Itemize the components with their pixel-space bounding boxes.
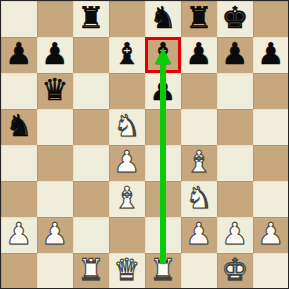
square-a1[interactable] (1, 253, 37, 289)
square-b4[interactable] (37, 145, 73, 181)
black-rook-c8[interactable]: ♜ (78, 3, 105, 33)
white-rook-c1[interactable]: ♜ (78, 255, 105, 285)
white-bishop-f4[interactable]: ♝ (186, 147, 213, 177)
chess-board-window: ♜♞♜♚♟♟♝♝♟♟♟♛♟♞♞♟♝♝♞♟♟♟♟♟♜♛♜♚ (0, 0, 289, 289)
square-g8[interactable]: ♚ (217, 1, 253, 37)
square-e6[interactable]: ♟ (145, 73, 181, 109)
square-g3[interactable] (217, 181, 253, 217)
square-h5[interactable] (253, 109, 289, 145)
square-g7[interactable]: ♟ (217, 37, 253, 73)
square-f7[interactable]: ♟ (181, 37, 217, 73)
square-c8[interactable]: ♜ (73, 1, 109, 37)
square-e2[interactable] (145, 217, 181, 253)
square-c7[interactable] (73, 37, 109, 73)
black-king-g8[interactable]: ♚ (222, 3, 249, 33)
square-f3[interactable]: ♞ (181, 181, 217, 217)
white-pawn-b2[interactable]: ♟ (42, 219, 69, 249)
square-h6[interactable] (253, 73, 289, 109)
square-a7[interactable]: ♟ (1, 37, 37, 73)
white-bishop-d3[interactable]: ♝ (114, 183, 141, 213)
white-pawn-h2[interactable]: ♟ (258, 219, 285, 249)
square-g4[interactable] (217, 145, 253, 181)
square-c2[interactable] (73, 217, 109, 253)
square-e8[interactable]: ♞ (145, 1, 181, 37)
square-f5[interactable] (181, 109, 217, 145)
square-a8[interactable] (1, 1, 37, 37)
white-queen-d1[interactable]: ♛ (114, 255, 141, 285)
square-a3[interactable] (1, 181, 37, 217)
black-pawn-b7[interactable]: ♟ (42, 39, 69, 69)
square-b1[interactable] (37, 253, 73, 289)
square-b7[interactable]: ♟ (37, 37, 73, 73)
square-b2[interactable]: ♟ (37, 217, 73, 253)
black-knight-a5[interactable]: ♞ (6, 111, 33, 141)
square-d3[interactable]: ♝ (109, 181, 145, 217)
black-knight-e8[interactable]: ♞ (150, 3, 177, 33)
square-h7[interactable]: ♟ (253, 37, 289, 73)
square-f2[interactable]: ♟ (181, 217, 217, 253)
square-f8[interactable]: ♜ (181, 1, 217, 37)
square-e5[interactable] (145, 109, 181, 145)
square-g6[interactable] (217, 73, 253, 109)
square-c1[interactable]: ♜ (73, 253, 109, 289)
square-f6[interactable] (181, 73, 217, 109)
square-d4[interactable]: ♟ (109, 145, 145, 181)
black-queen-b6[interactable]: ♛ (42, 75, 69, 105)
square-h3[interactable] (253, 181, 289, 217)
square-h2[interactable]: ♟ (253, 217, 289, 253)
square-c3[interactable] (73, 181, 109, 217)
square-g1[interactable]: ♚ (217, 253, 253, 289)
square-a4[interactable] (1, 145, 37, 181)
square-a5[interactable]: ♞ (1, 109, 37, 145)
square-d6[interactable] (109, 73, 145, 109)
white-pawn-d4[interactable]: ♟ (114, 147, 141, 177)
square-e7[interactable]: ♝ (145, 37, 181, 73)
white-pawn-g2[interactable]: ♟ (222, 219, 249, 249)
black-bishop-e7[interactable]: ♝ (150, 39, 177, 69)
square-b8[interactable] (37, 1, 73, 37)
square-e3[interactable] (145, 181, 181, 217)
square-b3[interactable] (37, 181, 73, 217)
square-h4[interactable] (253, 145, 289, 181)
square-a6[interactable] (1, 73, 37, 109)
square-e4[interactable] (145, 145, 181, 181)
square-b6[interactable]: ♛ (37, 73, 73, 109)
square-g5[interactable] (217, 109, 253, 145)
square-h8[interactable] (253, 1, 289, 37)
black-pawn-g7[interactable]: ♟ (222, 39, 249, 69)
square-c5[interactable] (73, 109, 109, 145)
white-pawn-a2[interactable]: ♟ (6, 219, 33, 249)
black-pawn-f7[interactable]: ♟ (186, 39, 213, 69)
square-b5[interactable] (37, 109, 73, 145)
chess-board: ♜♞♜♚♟♟♝♝♟♟♟♛♟♞♞♟♝♝♞♟♟♟♟♟♜♛♜♚ (1, 1, 289, 289)
black-rook-f8[interactable]: ♜ (186, 3, 213, 33)
black-pawn-a7[interactable]: ♟ (6, 39, 33, 69)
white-knight-d5[interactable]: ♞ (114, 111, 141, 141)
square-f1[interactable] (181, 253, 217, 289)
black-bishop-d7[interactable]: ♝ (114, 39, 141, 69)
square-h1[interactable] (253, 253, 289, 289)
square-d7[interactable]: ♝ (109, 37, 145, 73)
square-c4[interactable] (73, 145, 109, 181)
square-d1[interactable]: ♛ (109, 253, 145, 289)
white-pawn-f2[interactable]: ♟ (186, 219, 213, 249)
square-a2[interactable]: ♟ (1, 217, 37, 253)
square-c6[interactable] (73, 73, 109, 109)
square-d5[interactable]: ♞ (109, 109, 145, 145)
square-d8[interactable] (109, 1, 145, 37)
square-d2[interactable] (109, 217, 145, 253)
white-rook-e1[interactable]: ♜ (150, 255, 177, 285)
square-g2[interactable]: ♟ (217, 217, 253, 253)
white-king-g1[interactable]: ♚ (222, 255, 249, 285)
square-f4[interactable]: ♝ (181, 145, 217, 181)
square-e1[interactable]: ♜ (145, 253, 181, 289)
black-pawn-h7[interactable]: ♟ (258, 39, 285, 69)
white-knight-f3[interactable]: ♞ (186, 183, 213, 213)
black-pawn-e6[interactable]: ♟ (150, 75, 177, 105)
